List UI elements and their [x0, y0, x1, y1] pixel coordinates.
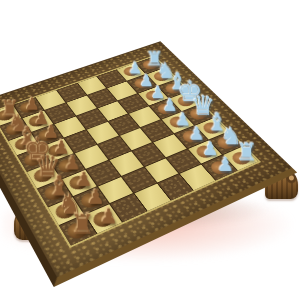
black-pawn-a7: ♟ — [208, 155, 244, 174]
white-rook-a1: ♜ — [63, 211, 103, 238]
square-a7: ♟ — [202, 155, 237, 180]
square-a1: ♜ — [59, 215, 96, 245]
product-photo-scene: ♜♟♟♜♞♟♟♞♝♟♟♝♚♟♟♚♛♟♟♛♝♟♟♝♞♟♟♞♜♟♟♜ — [0, 0, 300, 300]
